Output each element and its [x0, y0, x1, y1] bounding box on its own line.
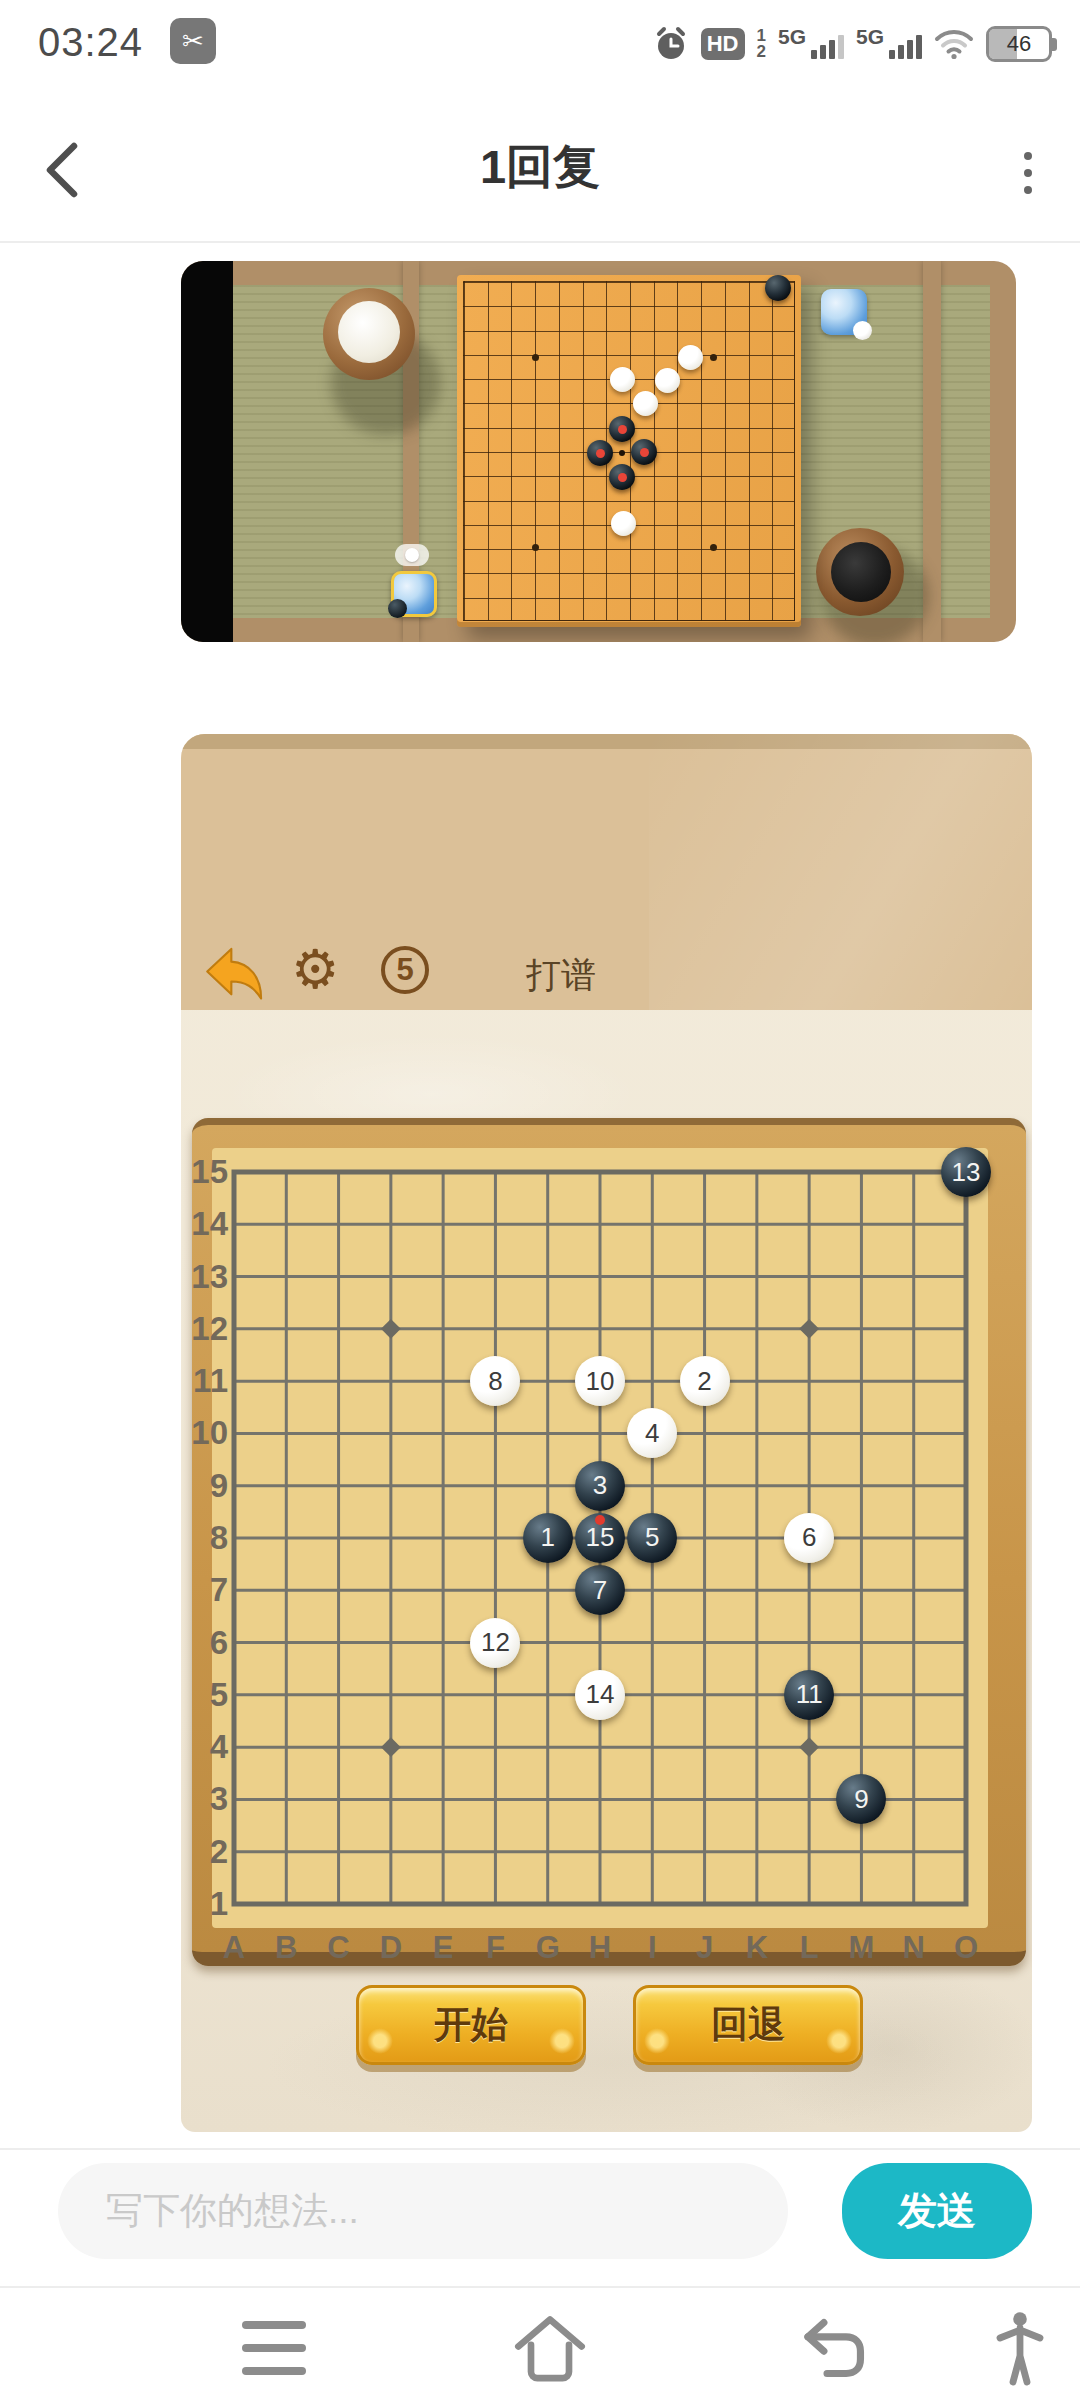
stone-15-black-H8: 15 [575, 1513, 625, 1563]
white-stones-in-bowl [338, 301, 400, 363]
hd-volte-icon: HD [701, 28, 745, 60]
stone-7-black-H7: 7 [575, 1565, 625, 1615]
photo-star-point [532, 354, 539, 361]
row-label-4: 4 [190, 1728, 228, 1766]
send-button[interactable]: 发送 [842, 2163, 1032, 2259]
battery-icon: 46 [986, 26, 1052, 62]
row-label-7: 7 [190, 1571, 228, 1609]
screenshot-icon: ✂ [170, 18, 216, 64]
row-label-9: 9 [190, 1467, 228, 1505]
undo-button[interactable]: 回退 [633, 1985, 863, 2065]
photo-white-stone [633, 391, 658, 416]
col-label-G: G [518, 1930, 578, 1966]
photo-letterbox [181, 261, 233, 642]
row-label-1: 1 [190, 1885, 228, 1923]
photo-forbidden-point-mark [619, 450, 625, 456]
photo-star-point [532, 544, 539, 551]
photo-black-stone-marked [609, 464, 635, 490]
return-arrow-icon [799, 2313, 871, 2383]
signal-sim2: 5G [856, 29, 922, 59]
row-label-5: 5 [190, 1676, 228, 1714]
col-label-O: O [936, 1930, 996, 1966]
black-stones-in-bowl [831, 542, 891, 602]
col-label-E: E [413, 1930, 473, 1966]
col-label-B: B [256, 1930, 316, 1966]
col-label-L: L [779, 1930, 839, 1966]
page-title: 1回复 [0, 136, 1080, 199]
home-icon [512, 2313, 588, 2383]
stone-3-black-H9: 3 [575, 1461, 625, 1511]
row-label-11: 11 [190, 1362, 228, 1400]
photo-star-point [710, 544, 717, 551]
col-label-I: I [622, 1930, 682, 1966]
col-label-F: F [465, 1930, 525, 1966]
stone-1-black-G8: 1 [523, 1513, 573, 1563]
row-label-8: 8 [190, 1519, 228, 1557]
player-avatar-black [391, 571, 437, 617]
clock-time: 03:24 [38, 20, 143, 65]
red-mark [618, 425, 627, 434]
home-button[interactable] [505, 2306, 595, 2390]
start-button[interactable]: 开始 [356, 1985, 586, 2065]
photo-white-stone [655, 368, 680, 393]
photo-white-stone [678, 345, 703, 370]
last-move-marker [595, 1515, 605, 1525]
move-count-badge: 5 [381, 946, 429, 994]
sim-numbers: 12 [757, 28, 766, 60]
system-nav-bar [0, 2288, 1080, 2408]
col-label-J: J [675, 1930, 735, 1966]
row-label-14: 14 [190, 1205, 228, 1243]
accessibility-button[interactable] [975, 2306, 1065, 2390]
col-label-C: C [309, 1930, 369, 1966]
back-arrow-button[interactable] [203, 942, 271, 1004]
row-label-15: 15 [190, 1153, 228, 1191]
photo-white-stone [611, 511, 636, 536]
col-label-M: M [831, 1930, 891, 1966]
photo-black-stone [765, 275, 791, 301]
photo-board [457, 275, 801, 627]
stone-10-white-H11: 10 [575, 1356, 625, 1406]
nav-header: 1回复 [0, 104, 1080, 240]
status-bar: 03:24 ✂ HD 12 5G 5G [0, 0, 1080, 92]
col-label-K: K [727, 1930, 787, 1966]
col-label-D: D [361, 1930, 421, 1966]
post-image-gomoku-photo[interactable]: 三三禁手 [181, 261, 1016, 642]
screen: 03:24 ✂ HD 12 5G 5G [0, 0, 1080, 2408]
panel-title: 打谱 [481, 952, 641, 999]
black-stone-badge [388, 599, 407, 618]
row-label-12: 12 [190, 1310, 228, 1348]
col-label-A: A [204, 1930, 264, 1966]
white-stone-badge [853, 321, 872, 340]
alarm-icon [653, 26, 689, 62]
recents-back-button[interactable] [790, 2306, 880, 2390]
col-label-N: N [884, 1930, 944, 1966]
menu-icon [242, 2321, 306, 2375]
game-replay-panel[interactable]: ⚙ 5 打谱 151413121110987654321ABCDEFGHIJKL… [181, 734, 1032, 2132]
signal-sim1: 5G [778, 29, 844, 59]
row-label-2: 2 [190, 1833, 228, 1871]
stone-14-white-H5: 14 [575, 1670, 625, 1720]
panel-header: ⚙ 5 打谱 [181, 734, 1032, 1010]
stone-6-white-L8: 6 [784, 1513, 834, 1563]
red-mark [640, 448, 649, 457]
wifi-icon [934, 28, 974, 60]
row-label-10: 10 [190, 1414, 228, 1452]
row-label-6: 6 [190, 1624, 228, 1662]
player-avatar-white [821, 289, 867, 335]
gomoku-board[interactable]: 151413121110987654321ABCDEFGHIJKLMNO 123… [192, 1118, 1026, 1966]
red-mark [596, 449, 605, 458]
menu-button[interactable] [229, 2306, 319, 2390]
stone-5-black-I8: 5 [627, 1513, 677, 1563]
accessibility-person-icon [991, 2310, 1049, 2386]
settings-gear-icon[interactable]: ⚙ [291, 938, 339, 1000]
more-menu-button[interactable] [1018, 146, 1038, 200]
stone-13-black-O15: 13 [941, 1147, 991, 1197]
stone-bubble [395, 544, 429, 566]
photo-black-stone-marked [587, 440, 613, 466]
photo-white-stone [610, 367, 635, 392]
stone-11-black-L5: 11 [784, 1670, 834, 1720]
col-label-H: H [570, 1930, 630, 1966]
stone-2-white-J11: 2 [680, 1356, 730, 1406]
photo-black-stone-marked [609, 416, 635, 442]
red-mark [618, 473, 627, 482]
row-label-13: 13 [190, 1258, 228, 1296]
divider [0, 2148, 1080, 2150]
photo-black-stone-marked [631, 439, 657, 465]
comment-input[interactable] [58, 2163, 788, 2259]
stone-12-white-F6: 12 [470, 1618, 520, 1668]
divider [0, 241, 1080, 243]
row-label-3: 3 [190, 1780, 228, 1818]
photo-star-point [710, 354, 717, 361]
status-icons: HD 12 5G 5G 46 [653, 18, 1052, 70]
photo-board-grid [463, 281, 795, 621]
